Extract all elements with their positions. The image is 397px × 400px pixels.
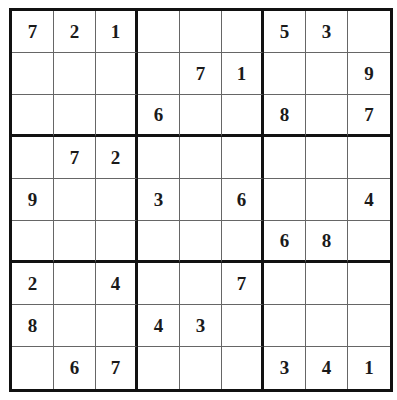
cell-r1c4-empty[interactable] <box>138 11 180 53</box>
cell-r8c4-given[interactable]: 4 <box>138 305 180 347</box>
cell-r9c5-empty[interactable] <box>180 347 222 389</box>
cell-r8c3-empty[interactable] <box>96 305 138 347</box>
cell-r9c7-given[interactable]: 3 <box>264 347 306 389</box>
cell-r1c1-given[interactable]: 7 <box>12 11 54 53</box>
cell-r9c8-given[interactable]: 4 <box>306 347 348 389</box>
cell-r7c6-given[interactable]: 7 <box>222 263 264 305</box>
cell-r6c6-empty[interactable] <box>222 221 264 263</box>
cell-r9c4-empty[interactable] <box>138 347 180 389</box>
cell-r2c8-empty[interactable] <box>306 53 348 95</box>
cell-r9c3-given[interactable]: 7 <box>96 347 138 389</box>
cell-r3c1-empty[interactable] <box>12 95 54 137</box>
sudoku-board: 721537196877293646824784367341 <box>9 8 393 392</box>
cell-r6c9-empty[interactable] <box>348 221 390 263</box>
cell-r5c5-empty[interactable] <box>180 179 222 221</box>
cell-r2c5-given[interactable]: 7 <box>180 53 222 95</box>
cell-r1c8-given[interactable]: 3 <box>306 11 348 53</box>
cell-r1c3-given[interactable]: 1 <box>96 11 138 53</box>
cell-r5c6-given[interactable]: 6 <box>222 179 264 221</box>
cell-r4c9-empty[interactable] <box>348 137 390 179</box>
cell-r9c1-empty[interactable] <box>12 347 54 389</box>
cell-r3c4-given[interactable]: 6 <box>138 95 180 137</box>
cell-r9c6-empty[interactable] <box>222 347 264 389</box>
cell-r7c5-empty[interactable] <box>180 263 222 305</box>
cell-r9c9-given[interactable]: 1 <box>348 347 390 389</box>
cell-r8c7-empty[interactable] <box>264 305 306 347</box>
cell-r6c5-empty[interactable] <box>180 221 222 263</box>
cell-r5c2-empty[interactable] <box>54 179 96 221</box>
cell-r7c9-empty[interactable] <box>348 263 390 305</box>
cell-r8c1-given[interactable]: 8 <box>12 305 54 347</box>
cell-r7c3-given[interactable]: 4 <box>96 263 138 305</box>
cell-r1c9-empty[interactable] <box>348 11 390 53</box>
cell-r7c2-empty[interactable] <box>54 263 96 305</box>
cell-r6c4-empty[interactable] <box>138 221 180 263</box>
cell-r2c6-given[interactable]: 1 <box>222 53 264 95</box>
cell-r5c9-given[interactable]: 4 <box>348 179 390 221</box>
cell-r3c6-empty[interactable] <box>222 95 264 137</box>
cell-r4c4-empty[interactable] <box>138 137 180 179</box>
cell-r1c7-given[interactable]: 5 <box>264 11 306 53</box>
cell-r1c6-empty[interactable] <box>222 11 264 53</box>
cell-r5c7-empty[interactable] <box>264 179 306 221</box>
cell-r2c9-given[interactable]: 9 <box>348 53 390 95</box>
cell-r1c5-empty[interactable] <box>180 11 222 53</box>
cell-r4c2-given[interactable]: 7 <box>54 137 96 179</box>
cell-r2c2-empty[interactable] <box>54 53 96 95</box>
cell-r3c9-given[interactable]: 7 <box>348 95 390 137</box>
cell-r2c4-empty[interactable] <box>138 53 180 95</box>
cell-r6c3-empty[interactable] <box>96 221 138 263</box>
cell-r4c1-empty[interactable] <box>12 137 54 179</box>
cell-r4c3-given[interactable]: 2 <box>96 137 138 179</box>
cell-r8c2-empty[interactable] <box>54 305 96 347</box>
cell-r3c7-given[interactable]: 8 <box>264 95 306 137</box>
cell-r2c1-empty[interactable] <box>12 53 54 95</box>
cell-r6c1-empty[interactable] <box>12 221 54 263</box>
cell-r5c4-given[interactable]: 3 <box>138 179 180 221</box>
cell-r3c5-empty[interactable] <box>180 95 222 137</box>
cell-r8c9-empty[interactable] <box>348 305 390 347</box>
cell-r5c8-empty[interactable] <box>306 179 348 221</box>
cell-r3c3-empty[interactable] <box>96 95 138 137</box>
cell-r4c8-empty[interactable] <box>306 137 348 179</box>
cell-r8c8-empty[interactable] <box>306 305 348 347</box>
cell-r5c3-empty[interactable] <box>96 179 138 221</box>
page: 721537196877293646824784367341 <box>0 0 397 400</box>
cell-r7c4-empty[interactable] <box>138 263 180 305</box>
cell-r4c5-empty[interactable] <box>180 137 222 179</box>
cell-r6c8-given[interactable]: 8 <box>306 221 348 263</box>
cell-r6c7-given[interactable]: 6 <box>264 221 306 263</box>
cell-r6c2-empty[interactable] <box>54 221 96 263</box>
cell-r1c2-given[interactable]: 2 <box>54 11 96 53</box>
cell-r8c5-given[interactable]: 3 <box>180 305 222 347</box>
cell-r5c1-given[interactable]: 9 <box>12 179 54 221</box>
cell-r7c7-empty[interactable] <box>264 263 306 305</box>
cell-r7c8-empty[interactable] <box>306 263 348 305</box>
cell-r4c6-empty[interactable] <box>222 137 264 179</box>
cell-r2c7-empty[interactable] <box>264 53 306 95</box>
cell-r2c3-empty[interactable] <box>96 53 138 95</box>
cell-r7c1-given[interactable]: 2 <box>12 263 54 305</box>
cell-r9c2-given[interactable]: 6 <box>54 347 96 389</box>
cell-r3c2-empty[interactable] <box>54 95 96 137</box>
cell-r3c8-empty[interactable] <box>306 95 348 137</box>
cell-r4c7-empty[interactable] <box>264 137 306 179</box>
cell-r8c6-empty[interactable] <box>222 305 264 347</box>
